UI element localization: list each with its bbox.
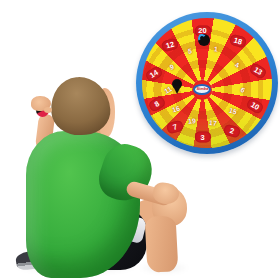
boy-hair [49,75,112,137]
boy-thumb [44,107,52,113]
stuck-ball-2 [172,79,182,89]
dartboard-rim: 2011841361015217319716811149125 Simba [136,12,278,154]
dartboard-face: 2011841361015217319716811149125 Simba [142,18,272,148]
brand-logo-text: Simba [196,87,208,91]
ball-blue-highlight [198,33,207,42]
ball-tail-shadow [173,86,181,94]
product-photo: 2011841361015217319716811149125 Simba [0,0,280,280]
boy-shin [145,215,179,273]
stuck-balls-layer [142,18,272,148]
brand-logo: Simba [193,84,211,95]
stuck-ball-1 [198,34,210,46]
